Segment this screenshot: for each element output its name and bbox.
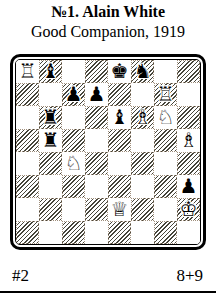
square-b1: [39, 221, 62, 244]
square-g6: ♘: [154, 106, 177, 129]
square-g3: [154, 175, 177, 198]
black-pawn-h3: ♟: [180, 175, 198, 198]
square-h6: [177, 106, 200, 129]
square-c1: [62, 221, 85, 244]
black-bishop-b8: ♝: [42, 60, 60, 83]
square-g5: [154, 129, 177, 152]
square-d6: [85, 106, 108, 129]
square-e7: [108, 83, 131, 106]
white-knight-g6: ♘: [157, 106, 175, 129]
white-rook-a8: ♖: [19, 60, 37, 83]
black-knight-f8: ♞: [134, 60, 152, 83]
square-e5: [108, 129, 131, 152]
square-a2: [16, 198, 39, 221]
square-e6: ♝: [108, 106, 131, 129]
square-a5: [16, 129, 39, 152]
square-h4: [177, 152, 200, 175]
square-c6: [62, 106, 85, 129]
square-g4: [154, 152, 177, 175]
square-h1: [177, 221, 200, 244]
square-b6: ♜: [39, 106, 62, 129]
square-e3: [108, 175, 131, 198]
square-h8: [177, 60, 200, 83]
square-e4: [108, 152, 131, 175]
square-c2: [62, 198, 85, 221]
square-g7: ♖: [154, 83, 177, 106]
square-f1: [131, 221, 154, 244]
square-d3: [85, 175, 108, 198]
square-a1: [16, 221, 39, 244]
square-f6: ♗: [131, 106, 154, 129]
diagram-footer: #2 8+9: [0, 265, 216, 287]
white-bishop-f6: ♗: [134, 106, 152, 129]
material-count-label: 8+9: [176, 265, 203, 287]
black-rook-b6: ♜: [42, 106, 60, 129]
square-g8: [154, 60, 177, 83]
stipulation-label: #2: [12, 265, 29, 287]
chess-problem-diagram: №1. Alain White Good Companion, 1919 ♖♝♚…: [0, 0, 216, 294]
black-king-e8: ♚: [111, 60, 129, 83]
square-d1: [85, 221, 108, 244]
chess-board-frame: ♖♝♚♞♟♟♖♜♝♗♘♜♗♘♟♕♔: [10, 54, 206, 250]
chess-board: ♖♝♚♞♟♟♖♜♝♗♘♜♗♘♟♕♔: [16, 60, 200, 244]
square-f5: [131, 129, 154, 152]
diagram-header: №1. Alain White Good Companion, 1919: [0, 0, 216, 41]
square-e2: ♕: [108, 198, 131, 221]
square-g1: [154, 221, 177, 244]
square-a7: [16, 83, 39, 106]
black-rook-b5: ♜: [42, 129, 60, 152]
white-queen-e2: ♕: [111, 198, 129, 221]
square-b3: [39, 175, 62, 198]
square-f2: [131, 198, 154, 221]
white-rook-g7: ♖: [157, 83, 175, 106]
square-h7: [177, 83, 200, 106]
black-bishop-e6: ♝: [111, 106, 129, 129]
square-a8: ♖: [16, 60, 39, 83]
square-h5: ♗: [177, 129, 200, 152]
square-b8: ♝: [39, 60, 62, 83]
square-a6: [16, 106, 39, 129]
white-king-h2: ♔: [180, 198, 198, 221]
square-d5: [85, 129, 108, 152]
square-b4: [39, 152, 62, 175]
square-b5: ♜: [39, 129, 62, 152]
bottom-rule: [0, 291, 216, 293]
black-pawn-c7: ♟: [65, 83, 83, 106]
black-pawn-d7: ♟: [88, 83, 106, 106]
square-c5: [62, 129, 85, 152]
square-c3: [62, 175, 85, 198]
problem-title: №1. Alain White: [0, 2, 216, 22]
problem-source: Good Companion, 1919: [0, 22, 216, 41]
square-e1: [108, 221, 131, 244]
square-a3: [16, 175, 39, 198]
square-d7: ♟: [85, 83, 108, 106]
square-d8: [85, 60, 108, 83]
square-f4: [131, 152, 154, 175]
square-f3: [131, 175, 154, 198]
square-a4: [16, 152, 39, 175]
square-h2: ♔: [177, 198, 200, 221]
square-c8: [62, 60, 85, 83]
square-f7: [131, 83, 154, 106]
square-c4: ♘: [62, 152, 85, 175]
square-e8: ♚: [108, 60, 131, 83]
square-b2: [39, 198, 62, 221]
white-bishop-h5: ♗: [180, 129, 198, 152]
square-b7: [39, 83, 62, 106]
square-c7: ♟: [62, 83, 85, 106]
square-d2: [85, 198, 108, 221]
square-d4: [85, 152, 108, 175]
chess-board-inner-border: ♖♝♚♞♟♟♖♜♝♗♘♜♗♘♟♕♔: [15, 59, 201, 245]
square-f8: ♞: [131, 60, 154, 83]
square-g2: [154, 198, 177, 221]
white-knight-c4: ♘: [65, 152, 83, 175]
square-h3: ♟: [177, 175, 200, 198]
